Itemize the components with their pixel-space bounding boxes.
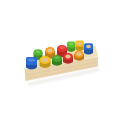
peg-orange-hex-front [74,50,84,61]
peg-green-square-back [67,42,75,52]
peg-red-round-front [63,53,73,64]
peg-yellow-square-back [75,40,84,51]
peg-wood-center [77,42,81,45]
peg-wood-center [86,45,91,49]
peg-blue-square-back [84,43,93,54]
peg-wood-center [65,55,70,59]
peg-wood-center [76,52,81,56]
photo-canvas [0,0,120,120]
peg-blue-square-front [26,57,37,69]
peg-green-round-front [52,55,62,66]
peg-wood-center [42,58,48,62]
toy-illustration [0,0,120,120]
peg-wood-center [47,49,52,53]
peg-yellow-round-front [40,56,51,68]
